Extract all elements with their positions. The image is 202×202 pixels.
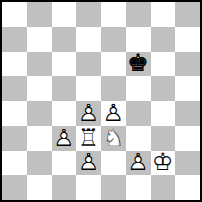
square-e2 (101, 151, 126, 176)
square-b7 (27, 27, 52, 52)
square-c3: ♟♙ (52, 126, 77, 151)
white-pawn-piece: ♟♙ (126, 151, 151, 176)
square-g3 (151, 126, 176, 151)
square-a3 (2, 126, 27, 151)
square-e1 (101, 175, 126, 200)
square-h7 (175, 27, 200, 52)
square-b3 (27, 126, 52, 151)
square-f4 (126, 101, 151, 126)
square-e4: ♟♙ (101, 101, 126, 126)
square-g4 (151, 101, 176, 126)
square-g1 (151, 175, 176, 200)
white-knight-piece: ♞♘ (101, 126, 126, 151)
square-c2 (52, 151, 77, 176)
square-c8 (52, 2, 77, 27)
square-h6 (175, 52, 200, 77)
square-h4 (175, 101, 200, 126)
square-f8 (126, 2, 151, 27)
square-c6 (52, 52, 77, 77)
square-f2: ♟♙ (126, 151, 151, 176)
chess-board: ♚♚♟♙♟♙♟♙♜♖♞♘♟♙♟♙♚♔ (2, 2, 200, 200)
white-king-piece: ♚♔ (151, 151, 176, 176)
square-g6 (151, 52, 176, 77)
white-pawn-piece: ♟♙ (76, 151, 101, 176)
square-e3: ♞♘ (101, 126, 126, 151)
square-f1 (126, 175, 151, 200)
square-h5 (175, 76, 200, 101)
square-f5 (126, 76, 151, 101)
square-f6: ♚♚ (126, 52, 151, 77)
square-b1 (27, 175, 52, 200)
square-d1 (76, 175, 101, 200)
chess-diagram: ♚♚♟♙♟♙♟♙♜♖♞♘♟♙♟♙♚♔ (0, 0, 202, 202)
square-e8 (101, 2, 126, 27)
square-d2: ♟♙ (76, 151, 101, 176)
square-h8 (175, 2, 200, 27)
square-c7 (52, 27, 77, 52)
square-h2 (175, 151, 200, 176)
square-c4 (52, 101, 77, 126)
square-b6 (27, 52, 52, 77)
square-g5 (151, 76, 176, 101)
square-h1 (175, 175, 200, 200)
square-a7 (2, 27, 27, 52)
white-pawn-piece: ♟♙ (76, 101, 101, 126)
square-f3 (126, 126, 151, 151)
square-d5 (76, 76, 101, 101)
square-f7 (126, 27, 151, 52)
white-rook-piece: ♜♖ (76, 126, 101, 151)
square-g8 (151, 2, 176, 27)
square-a5 (2, 76, 27, 101)
square-c5 (52, 76, 77, 101)
square-a8 (2, 2, 27, 27)
square-h3 (175, 126, 200, 151)
square-d6 (76, 52, 101, 77)
square-c1 (52, 175, 77, 200)
square-d8 (76, 2, 101, 27)
square-a4 (2, 101, 27, 126)
black-king-piece: ♚♚ (126, 52, 151, 77)
square-b8 (27, 2, 52, 27)
square-d7 (76, 27, 101, 52)
square-g7 (151, 27, 176, 52)
square-g2: ♚♔ (151, 151, 176, 176)
square-b5 (27, 76, 52, 101)
square-e6 (101, 52, 126, 77)
square-d3: ♜♖ (76, 126, 101, 151)
square-a6 (2, 52, 27, 77)
white-pawn-piece: ♟♙ (101, 101, 126, 126)
square-e7 (101, 27, 126, 52)
white-pawn-piece: ♟♙ (52, 126, 77, 151)
square-a1 (2, 175, 27, 200)
square-d4: ♟♙ (76, 101, 101, 126)
square-a2 (2, 151, 27, 176)
square-b4 (27, 101, 52, 126)
square-e5 (101, 76, 126, 101)
square-b2 (27, 151, 52, 176)
